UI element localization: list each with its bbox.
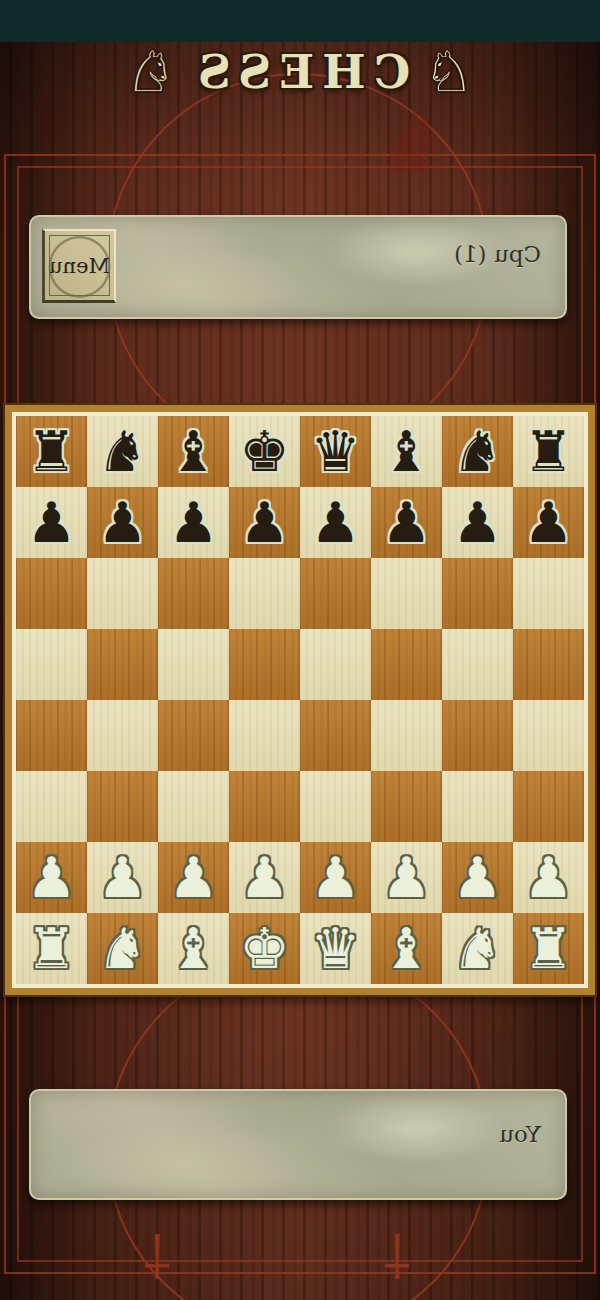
square[interactable]: ♞ (442, 416, 513, 487)
piece-bk[interactable]: ♚ (229, 416, 300, 487)
piece-wn[interactable]: ♞ (442, 913, 513, 984)
square[interactable] (300, 771, 371, 842)
piece-bp[interactable]: ♟ (513, 487, 584, 558)
piece-bp[interactable]: ♟ (300, 487, 371, 558)
piece-wn[interactable]: ♞ (87, 913, 158, 984)
knight-icon: ♘ (126, 44, 176, 100)
menu-button-face: Menu (49, 235, 110, 296)
square[interactable] (87, 629, 158, 700)
square[interactable]: ♝ (371, 913, 442, 984)
player-name-label: You (499, 1121, 541, 1147)
square[interactable] (371, 558, 442, 629)
square[interactable] (300, 558, 371, 629)
square[interactable] (229, 700, 300, 771)
square[interactable] (87, 700, 158, 771)
piece-wb[interactable]: ♝ (158, 913, 229, 984)
piece-br[interactable]: ♜ (16, 416, 87, 487)
square[interactable]: ♟ (442, 487, 513, 558)
square[interactable] (158, 558, 229, 629)
piece-bp[interactable]: ♟ (87, 487, 158, 558)
piece-wk[interactable]: ♚ (229, 913, 300, 984)
square[interactable] (300, 629, 371, 700)
square[interactable]: ♝ (158, 416, 229, 487)
square[interactable] (371, 629, 442, 700)
square[interactable] (513, 629, 584, 700)
square[interactable]: ♟ (300, 842, 371, 913)
square[interactable]: ♟ (442, 842, 513, 913)
square[interactable]: ♝ (158, 913, 229, 984)
piece-wp[interactable]: ♟ (87, 842, 158, 913)
menu-button[interactable]: Menu (42, 229, 116, 303)
piece-bp[interactable]: ♟ (442, 487, 513, 558)
square[interactable] (229, 771, 300, 842)
square[interactable]: ♟ (513, 842, 584, 913)
square[interactable]: ♟ (158, 487, 229, 558)
square[interactable]: ♝ (371, 416, 442, 487)
square[interactable]: ♞ (442, 913, 513, 984)
piece-bp[interactable]: ♟ (229, 487, 300, 558)
square[interactable]: ♟ (16, 487, 87, 558)
square[interactable] (442, 700, 513, 771)
status-bar (0, 0, 600, 42)
piece-bn[interactable]: ♞ (442, 416, 513, 487)
square[interactable] (442, 629, 513, 700)
square[interactable]: ♟ (87, 487, 158, 558)
square[interactable]: ♟ (87, 842, 158, 913)
square[interactable]: ♟ (513, 487, 584, 558)
board-inner-frame: ♜♞♝♛♚♝♞♜♟♟♟♟♟♟♟♟♟♟♟♟♟♟♟♟♜♞♝♛♚♝♞♜ (12, 412, 588, 988)
square[interactable]: ♟ (16, 842, 87, 913)
wood-background: † † ♞ ♘ CHESS ♘ Cpu (1) Menu ♜♞♝♛♚♝♞♜♟♟♟… (0, 42, 600, 1300)
square[interactable] (300, 700, 371, 771)
menu-button-label: Menu (49, 254, 110, 278)
square[interactable]: ♚ (229, 416, 300, 487)
square[interactable] (158, 700, 229, 771)
square[interactable]: ♞ (87, 913, 158, 984)
piece-wq[interactable]: ♛ (300, 913, 371, 984)
square[interactable] (513, 558, 584, 629)
piece-wp[interactable]: ♟ (16, 842, 87, 913)
board-grid: ♜♞♝♛♚♝♞♜♟♟♟♟♟♟♟♟♟♟♟♟♟♟♟♟♜♞♝♛♚♝♞♜ (16, 416, 584, 984)
square[interactable]: ♟ (158, 842, 229, 913)
square[interactable]: ♛ (300, 416, 371, 487)
knight-icon: ♘ (424, 44, 474, 100)
square[interactable] (158, 771, 229, 842)
piece-wp[interactable]: ♟ (442, 842, 513, 913)
piece-wp[interactable]: ♟ (158, 842, 229, 913)
square[interactable] (229, 629, 300, 700)
square[interactable]: ♜ (513, 913, 584, 984)
piece-wp[interactable]: ♟ (371, 842, 442, 913)
square[interactable]: ♟ (371, 842, 442, 913)
square[interactable] (158, 629, 229, 700)
square[interactable]: ♚ (229, 913, 300, 984)
square[interactable]: ♟ (229, 842, 300, 913)
square[interactable] (87, 558, 158, 629)
chess-app: † † ♞ ♘ CHESS ♘ Cpu (1) Menu ♜♞♝♛♚♝♞♜♟♟♟… (0, 0, 600, 1300)
piece-bq[interactable]: ♛ (300, 416, 371, 487)
piece-wr[interactable]: ♜ (513, 913, 584, 984)
square[interactable]: ♜ (16, 913, 87, 984)
square[interactable] (513, 700, 584, 771)
square[interactable] (229, 558, 300, 629)
square[interactable]: ♜ (513, 416, 584, 487)
square[interactable] (16, 700, 87, 771)
title-row: ♘ CHESS ♘ (0, 44, 600, 100)
piece-bb[interactable]: ♝ (158, 416, 229, 487)
piece-bp[interactable]: ♟ (158, 487, 229, 558)
piece-bp[interactable]: ♟ (16, 487, 87, 558)
square[interactable] (371, 700, 442, 771)
piece-wp[interactable]: ♟ (300, 842, 371, 913)
square[interactable] (442, 558, 513, 629)
player-plaque: You (29, 1089, 567, 1200)
square[interactable] (16, 771, 87, 842)
piece-br[interactable]: ♜ (513, 416, 584, 487)
square[interactable] (442, 771, 513, 842)
square[interactable]: ♟ (371, 487, 442, 558)
app-title: CHESS (190, 45, 411, 99)
square[interactable] (87, 771, 158, 842)
piece-bp[interactable]: ♟ (371, 487, 442, 558)
opponent-name-label: Cpu (1) (454, 241, 541, 267)
square[interactable]: ♜ (16, 416, 87, 487)
piece-wp[interactable]: ♟ (229, 842, 300, 913)
square[interactable]: ♟ (300, 487, 371, 558)
square[interactable]: ♛ (300, 913, 371, 984)
chess-board[interactable]: ♜♞♝♛♚♝♞♜♟♟♟♟♟♟♟♟♟♟♟♟♟♟♟♟♜♞♝♛♚♝♞♜ (5, 405, 595, 995)
square[interactable] (16, 558, 87, 629)
square[interactable] (16, 629, 87, 700)
piece-wp[interactable]: ♟ (513, 842, 584, 913)
square[interactable]: ♞ (87, 416, 158, 487)
piece-bb[interactable]: ♝ (371, 416, 442, 487)
dagger-icon: † (137, 1230, 177, 1284)
dagger-icon: † (377, 1230, 417, 1284)
square[interactable] (371, 771, 442, 842)
square[interactable] (513, 771, 584, 842)
piece-wr[interactable]: ♜ (16, 913, 87, 984)
piece-bn[interactable]: ♞ (87, 416, 158, 487)
piece-wb[interactable]: ♝ (371, 913, 442, 984)
square[interactable]: ♟ (229, 487, 300, 558)
opponent-plaque: Cpu (1) Menu (29, 215, 567, 319)
